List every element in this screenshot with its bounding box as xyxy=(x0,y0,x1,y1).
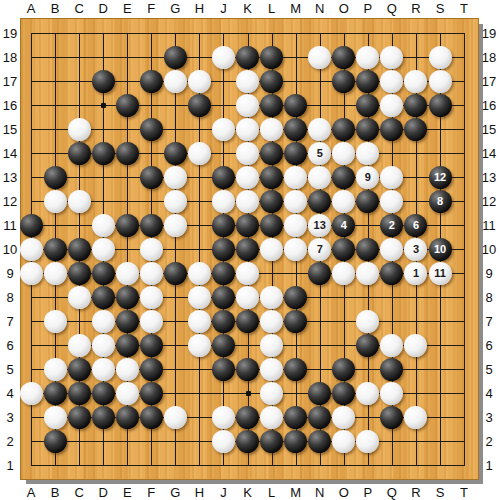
stone-white-N15 xyxy=(308,118,331,141)
stone-white-P4 xyxy=(356,382,379,405)
stone-move-4-O11: 4 xyxy=(332,214,355,237)
stone-white-E4 xyxy=(116,382,139,405)
stone-black-F4 xyxy=(140,382,163,405)
coord-left-6: 6 xyxy=(6,338,13,353)
stone-black-N2 xyxy=(308,430,331,453)
stone-black-P12 xyxy=(356,190,379,213)
stone-white-G17 xyxy=(164,70,187,93)
stone-black-P15 xyxy=(356,118,379,141)
stone-black-S16 xyxy=(429,94,452,117)
stone-white-G3 xyxy=(164,406,187,429)
stone-white-K14 xyxy=(236,142,259,165)
stone-black-L2 xyxy=(260,430,283,453)
stone-move-2-Q11: 2 xyxy=(380,214,403,237)
coord-left-3: 3 xyxy=(6,410,13,425)
stone-black-N4 xyxy=(308,382,331,405)
stone-white-H8 xyxy=(188,286,211,309)
stone-black-J9 xyxy=(212,262,235,285)
stone-black-F5 xyxy=(140,358,163,381)
stone-black-K3 xyxy=(236,406,259,429)
stone-black-A11 xyxy=(20,214,43,237)
stone-white-J2 xyxy=(212,430,235,453)
coord-right-14: 14 xyxy=(482,146,496,161)
stone-black-Q3 xyxy=(380,406,403,429)
coord-left-10: 10 xyxy=(3,242,17,257)
stone-black-F11 xyxy=(140,214,163,237)
coord-top-D: D xyxy=(98,1,107,16)
stone-white-N18 xyxy=(308,46,331,69)
coord-right-12: 12 xyxy=(482,194,496,209)
stone-black-E16 xyxy=(116,94,139,117)
stone-white-G12 xyxy=(164,190,187,213)
stone-black-J13 xyxy=(212,166,235,189)
coord-top-G: G xyxy=(170,1,180,16)
coord-left-8: 8 xyxy=(6,290,13,305)
stone-move-6-R11: 6 xyxy=(404,214,427,237)
stone-white-L4 xyxy=(260,382,283,405)
stone-black-J11 xyxy=(212,214,235,237)
stone-white-Q13 xyxy=(380,166,403,189)
coord-bottom-N: N xyxy=(315,485,324,500)
stone-black-M7 xyxy=(284,310,307,333)
stone-black-K7 xyxy=(236,310,259,333)
stone-white-K13 xyxy=(236,166,259,189)
stone-black-N12 xyxy=(308,190,331,213)
stone-black-C14 xyxy=(68,142,91,165)
coord-right-13: 13 xyxy=(482,170,496,185)
coord-top-C: C xyxy=(74,1,83,16)
stone-black-E14 xyxy=(116,142,139,165)
stone-white-Q12 xyxy=(380,190,403,213)
stone-move-9-P13: 9 xyxy=(356,166,379,189)
stone-white-O9 xyxy=(332,262,355,285)
stone-white-J3 xyxy=(212,406,235,429)
stone-black-M8 xyxy=(284,286,307,309)
stone-white-H6 xyxy=(188,334,211,357)
coord-right-19: 19 xyxy=(482,26,496,41)
stone-black-M3 xyxy=(284,406,307,429)
stone-white-J12 xyxy=(212,190,235,213)
stone-white-C12 xyxy=(68,190,91,213)
stone-black-M2 xyxy=(284,430,307,453)
coord-bottom-D: D xyxy=(98,485,107,500)
stone-white-L3 xyxy=(260,406,283,429)
stone-black-B10 xyxy=(44,238,67,261)
coord-top-B: B xyxy=(51,1,60,16)
coord-top-R: R xyxy=(411,1,420,16)
coord-left-9: 9 xyxy=(6,266,13,281)
coord-right-10: 10 xyxy=(482,242,496,257)
coord-left-11: 11 xyxy=(3,218,17,233)
stone-white-D5 xyxy=(92,358,115,381)
coord-bottom-L: L xyxy=(268,485,275,500)
stone-black-E11 xyxy=(116,214,139,237)
stone-white-M11 xyxy=(284,214,307,237)
coord-top-J: J xyxy=(220,1,227,16)
stone-white-C15 xyxy=(68,118,91,141)
coord-top-S: S xyxy=(436,1,445,16)
coord-bottom-P: P xyxy=(363,485,372,500)
stone-white-F9 xyxy=(140,262,163,285)
stone-black-L11 xyxy=(260,214,283,237)
stone-black-E7 xyxy=(116,310,139,333)
coord-bottom-K: K xyxy=(243,485,252,500)
coord-bottom-E: E xyxy=(123,485,132,500)
stone-white-K8 xyxy=(236,286,259,309)
stone-white-D7 xyxy=(92,310,115,333)
stone-black-K11 xyxy=(236,214,259,237)
coord-bottom-J: J xyxy=(220,485,227,500)
stone-white-E5 xyxy=(116,358,139,381)
coord-bottom-A: A xyxy=(27,485,36,500)
coord-left-17: 17 xyxy=(3,74,17,89)
stone-black-R15 xyxy=(404,118,427,141)
stone-black-L18 xyxy=(260,46,283,69)
stone-white-L5 xyxy=(260,358,283,381)
stone-black-D17 xyxy=(92,70,115,93)
stone-white-H17 xyxy=(188,70,211,93)
stone-black-C3 xyxy=(68,406,91,429)
stone-black-F13 xyxy=(140,166,163,189)
stone-black-C4 xyxy=(68,382,91,405)
stone-move-8-S12: 8 xyxy=(429,190,452,213)
stone-black-N3 xyxy=(308,406,331,429)
stone-white-P2 xyxy=(356,430,379,453)
coord-right-15: 15 xyxy=(482,122,496,137)
coord-right-17: 17 xyxy=(482,74,496,89)
stone-black-C10 xyxy=(68,238,91,261)
stone-white-F7 xyxy=(140,310,163,333)
stone-move-13-N11: 13 xyxy=(308,214,331,237)
stone-black-O5 xyxy=(332,358,355,381)
stone-white-R17 xyxy=(404,70,427,93)
coord-bottom-H: H xyxy=(195,485,204,500)
stone-black-P17 xyxy=(356,70,379,93)
stone-black-Q15 xyxy=(380,118,403,141)
coord-left-13: 13 xyxy=(3,170,17,185)
stone-white-L6 xyxy=(260,334,283,357)
stone-black-F17 xyxy=(140,70,163,93)
stone-white-L7 xyxy=(260,310,283,333)
stone-white-K15 xyxy=(236,118,259,141)
coord-bottom-C: C xyxy=(74,485,83,500)
stone-black-L14 xyxy=(260,142,283,165)
stone-white-Q4 xyxy=(380,382,403,405)
stone-white-A4 xyxy=(20,382,43,405)
stone-white-Q17 xyxy=(380,70,403,93)
stone-black-G14 xyxy=(164,142,187,165)
stone-black-F3 xyxy=(140,406,163,429)
stone-black-E6 xyxy=(116,334,139,357)
stone-black-O13 xyxy=(332,166,355,189)
stone-white-H14 xyxy=(188,142,211,165)
stone-black-J5 xyxy=(212,358,235,381)
stone-black-C9 xyxy=(68,262,91,285)
stone-black-N9 xyxy=(308,262,331,285)
stone-white-P14 xyxy=(356,142,379,165)
page: 59128134267310111AABBCCDDEEFFGGHHJJKKLLM… xyxy=(0,0,500,500)
coord-bottom-G: G xyxy=(170,485,180,500)
coord-left-19: 19 xyxy=(3,26,17,41)
stone-black-G9 xyxy=(164,262,187,285)
stone-white-L10 xyxy=(260,238,283,261)
stone-black-B4 xyxy=(44,382,67,405)
coord-right-6: 6 xyxy=(485,338,492,353)
stone-white-M10 xyxy=(284,238,307,261)
stone-black-B13 xyxy=(44,166,67,189)
stone-move-3-R10: 3 xyxy=(404,238,427,261)
stone-black-E3 xyxy=(116,406,139,429)
stone-white-H7 xyxy=(188,310,211,333)
stone-black-Q5 xyxy=(380,358,403,381)
stone-move-7-N10: 7 xyxy=(308,238,331,261)
stone-move-10-S10: 10 xyxy=(429,238,452,261)
stone-white-G11 xyxy=(164,214,187,237)
stone-white-Q6 xyxy=(380,334,403,357)
stone-move-12-S13: 12 xyxy=(429,166,452,189)
stone-white-K16 xyxy=(236,94,259,117)
stone-black-C5 xyxy=(68,358,91,381)
stone-white-F10 xyxy=(140,238,163,261)
stone-white-B3 xyxy=(44,406,67,429)
stone-white-A10 xyxy=(20,238,43,261)
stone-black-J8 xyxy=(212,286,235,309)
stone-white-C8 xyxy=(68,286,91,309)
stone-black-O15 xyxy=(332,118,355,141)
stone-white-Q18 xyxy=(380,46,403,69)
stone-move-1-R9: 1 xyxy=(404,262,427,285)
stone-black-L12 xyxy=(260,190,283,213)
coord-top-F: F xyxy=(147,1,155,16)
coord-left-18: 18 xyxy=(3,50,17,65)
coord-right-9: 9 xyxy=(485,266,492,281)
coord-bottom-S: S xyxy=(436,485,445,500)
stone-white-G13 xyxy=(164,166,187,189)
coord-top-E: E xyxy=(123,1,132,16)
stone-white-K17 xyxy=(236,70,259,93)
coord-top-P: P xyxy=(363,1,372,16)
stone-white-P9 xyxy=(356,262,379,285)
coord-bottom-Q: Q xyxy=(387,485,397,500)
stone-black-K18 xyxy=(236,46,259,69)
stone-black-L17 xyxy=(260,70,283,93)
stone-white-B9 xyxy=(44,262,67,285)
coord-bottom-T: T xyxy=(460,485,468,500)
stone-black-O10 xyxy=(332,238,355,261)
stone-black-K5 xyxy=(236,358,259,381)
stone-white-N13 xyxy=(308,166,331,189)
coord-top-T: T xyxy=(460,1,468,16)
coord-top-M: M xyxy=(290,1,301,16)
coord-right-11: 11 xyxy=(482,218,496,233)
coord-right-16: 16 xyxy=(482,98,496,113)
stone-black-J10 xyxy=(212,238,235,261)
stone-black-R16 xyxy=(404,94,427,117)
stone-white-L15 xyxy=(260,118,283,141)
coord-left-2: 2 xyxy=(6,434,13,449)
stone-black-M14 xyxy=(284,142,307,165)
stone-white-Q16 xyxy=(380,94,403,117)
coord-bottom-M: M xyxy=(290,485,301,500)
stone-white-O14 xyxy=(332,142,355,165)
coord-top-A: A xyxy=(27,1,36,16)
stone-black-O4 xyxy=(332,382,355,405)
coord-left-5: 5 xyxy=(6,362,13,377)
stone-black-P6 xyxy=(356,334,379,357)
stone-black-L13 xyxy=(260,166,283,189)
stone-black-J6 xyxy=(212,334,235,357)
grid-line-horizontal xyxy=(31,465,465,466)
coord-bottom-R: R xyxy=(411,485,420,500)
stone-white-M12 xyxy=(284,190,307,213)
stone-black-E8 xyxy=(116,286,139,309)
stone-white-J18 xyxy=(212,46,235,69)
coord-left-4: 4 xyxy=(6,386,13,401)
stone-black-F6 xyxy=(140,334,163,357)
stone-move-11-S9: 11 xyxy=(429,262,452,285)
stone-black-D9 xyxy=(92,262,115,285)
star-point xyxy=(246,391,251,396)
stone-white-P18 xyxy=(356,46,379,69)
stone-white-C6 xyxy=(68,334,91,357)
coord-top-K: K xyxy=(243,1,252,16)
coord-top-N: N xyxy=(315,1,324,16)
stone-white-M13 xyxy=(284,166,307,189)
stone-white-F8 xyxy=(140,286,163,309)
coord-bottom-B: B xyxy=(51,485,60,500)
coord-right-5: 5 xyxy=(485,362,492,377)
stone-black-J7 xyxy=(212,310,235,333)
stone-white-H9 xyxy=(188,262,211,285)
stone-black-O17 xyxy=(332,70,355,93)
stone-white-D10 xyxy=(92,238,115,261)
coord-left-16: 16 xyxy=(3,98,17,113)
stone-black-H16 xyxy=(188,94,211,117)
coord-right-3: 3 xyxy=(485,410,492,425)
coord-top-H: H xyxy=(195,1,204,16)
stone-white-R3 xyxy=(404,406,427,429)
star-point xyxy=(101,103,106,108)
stone-white-D6 xyxy=(92,334,115,357)
stone-white-K12 xyxy=(236,190,259,213)
grid-line-vertical xyxy=(464,33,465,466)
stone-black-D14 xyxy=(92,142,115,165)
stone-black-F15 xyxy=(140,118,163,141)
coord-left-7: 7 xyxy=(6,314,13,329)
stone-white-A9 xyxy=(20,262,43,285)
stone-white-J15 xyxy=(212,118,235,141)
coord-left-12: 12 xyxy=(3,194,17,209)
stone-white-K9 xyxy=(236,262,259,285)
coord-left-14: 14 xyxy=(3,146,17,161)
stone-black-L16 xyxy=(260,94,283,117)
stone-white-R6 xyxy=(404,334,427,357)
stone-black-B2 xyxy=(44,430,67,453)
stone-white-E9 xyxy=(116,262,139,285)
stone-white-S17 xyxy=(429,70,452,93)
coord-top-Q: Q xyxy=(387,1,397,16)
stone-black-D3 xyxy=(92,406,115,429)
coord-right-2: 2 xyxy=(485,434,492,449)
coord-top-O: O xyxy=(339,1,349,16)
stone-white-Q10 xyxy=(380,238,403,261)
coord-right-8: 8 xyxy=(485,290,492,305)
stone-black-M16 xyxy=(284,94,307,117)
stone-black-K10 xyxy=(236,238,259,261)
stone-black-D4 xyxy=(92,382,115,405)
stone-white-B5 xyxy=(44,358,67,381)
stone-black-M15 xyxy=(284,118,307,141)
coord-right-4: 4 xyxy=(485,386,492,401)
stone-white-B12 xyxy=(44,190,67,213)
stone-black-O18 xyxy=(332,46,355,69)
stone-black-D8 xyxy=(92,286,115,309)
coord-right-18: 18 xyxy=(482,50,496,65)
coord-bottom-F: F xyxy=(147,485,155,500)
stone-white-D11 xyxy=(92,214,115,237)
coord-bottom-O: O xyxy=(339,485,349,500)
coord-right-7: 7 xyxy=(485,314,492,329)
stone-black-K2 xyxy=(236,430,259,453)
coord-left-1: 1 xyxy=(6,458,13,473)
stone-white-L8 xyxy=(260,286,283,309)
stone-black-P10 xyxy=(356,238,379,261)
stone-white-O3 xyxy=(332,406,355,429)
stone-black-G18 xyxy=(164,46,187,69)
stone-black-M5 xyxy=(284,358,307,381)
coord-left-15: 15 xyxy=(3,122,17,137)
stone-black-P16 xyxy=(356,94,379,117)
stone-white-O12 xyxy=(332,190,355,213)
stone-black-Q9 xyxy=(380,262,403,285)
stone-move-5-N14: 5 xyxy=(308,142,331,165)
stone-white-O2 xyxy=(332,430,355,453)
coord-right-1: 1 xyxy=(485,458,492,473)
stone-white-P7 xyxy=(356,310,379,333)
stone-white-B7 xyxy=(44,310,67,333)
stone-white-S18 xyxy=(429,46,452,69)
coord-top-L: L xyxy=(268,1,275,16)
